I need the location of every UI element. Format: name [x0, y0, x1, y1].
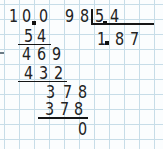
dividend-digit: 8 — [78, 8, 90, 25]
dividend-digit: 0 — [21, 8, 33, 25]
dividend-digit: 0 — [38, 8, 50, 25]
work-digit: 3 — [43, 101, 55, 118]
work-digit: 7 — [58, 101, 70, 118]
quotient-digit: 7 — [128, 31, 140, 48]
division-bracket-vertical-line — [91, 9, 93, 25]
subtraction-underline — [18, 81, 68, 83]
work-digit: 3 — [37, 65, 49, 82]
work-digit: 6 — [35, 46, 47, 63]
dividend-digit: 1 — [7, 8, 19, 25]
quotient-digit: 1 — [95, 31, 107, 48]
work-digit: 4 — [35, 28, 47, 45]
margin-minus-dash — [0, 52, 4, 54]
division-worksheet: 1 0 0 9 8 5 4 5 4 1 8 7 4 6 9 4 3 2 3 7 … — [0, 0, 163, 149]
remainder-digit: 0 — [77, 121, 89, 138]
work-digit: 4 — [20, 46, 32, 63]
division-bracket-horizontal-line — [91, 23, 154, 25]
dividend-digit: 9 — [63, 8, 75, 25]
decimal-point — [105, 41, 109, 45]
work-digit: 4 — [22, 65, 34, 82]
quotient-digit: 8 — [113, 31, 125, 48]
work-digit: 5 — [22, 28, 34, 45]
work-digit: 2 — [52, 65, 64, 82]
decimal-point — [32, 21, 36, 25]
work-digit: 8 — [73, 101, 85, 118]
work-digit: 9 — [50, 46, 62, 63]
